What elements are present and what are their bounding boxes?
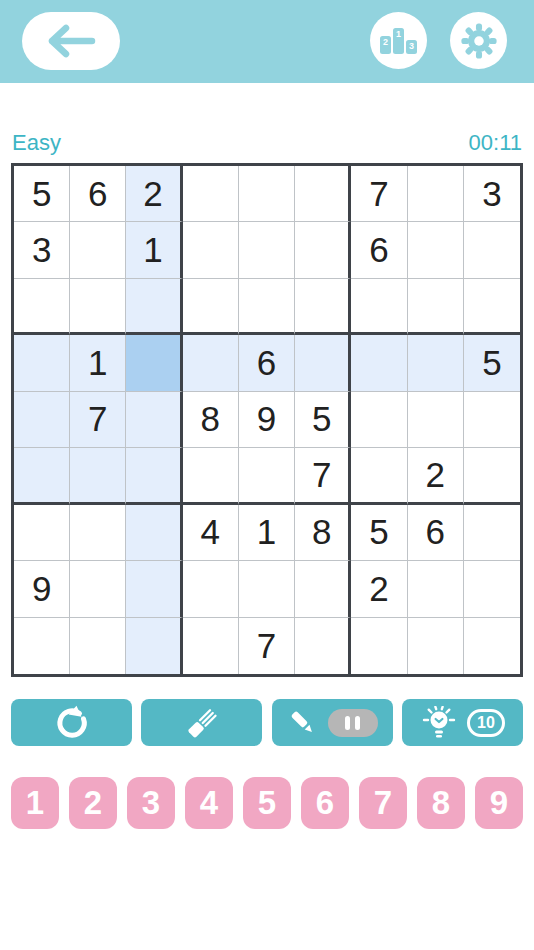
- cell-r4c2[interactable]: 1: [70, 335, 126, 391]
- cell-r9c1[interactable]: [14, 618, 70, 674]
- numpad: 123456789: [11, 777, 523, 829]
- cell-r7c7[interactable]: 5: [351, 505, 407, 561]
- cell-r9c5[interactable]: 7: [239, 618, 295, 674]
- cell-r8c8[interactable]: [408, 561, 464, 617]
- cell-r6c7[interactable]: [351, 448, 407, 504]
- cell-r1c9[interactable]: 3: [464, 166, 520, 222]
- cell-r7c5[interactable]: 1: [239, 505, 295, 561]
- cell-r3c4[interactable]: [183, 279, 239, 335]
- timer: 00:11: [469, 130, 522, 156]
- cell-r9c4[interactable]: [183, 618, 239, 674]
- cell-r8c3[interactable]: [126, 561, 182, 617]
- numpad-key-5[interactable]: 5: [243, 777, 291, 829]
- restart-icon: [54, 705, 90, 741]
- cell-r7c6[interactable]: 8: [295, 505, 351, 561]
- cell-r9c7[interactable]: [351, 618, 407, 674]
- cell-r9c8[interactable]: [408, 618, 464, 674]
- cell-r7c4[interactable]: 4: [183, 505, 239, 561]
- back-arrow-icon: [42, 24, 100, 58]
- numpad-key-9[interactable]: 9: [475, 777, 523, 829]
- cell-r9c6[interactable]: [295, 618, 351, 674]
- cell-r7c9[interactable]: [464, 505, 520, 561]
- cell-r8c7[interactable]: 2: [351, 561, 407, 617]
- cell-r4c5[interactable]: 6: [239, 335, 295, 391]
- game-info-row: Easy 00:11: [12, 130, 522, 156]
- toggle-bar: [355, 716, 360, 730]
- cell-r4c6[interactable]: [295, 335, 351, 391]
- numpad-key-4[interactable]: 4: [185, 777, 233, 829]
- cell-r7c8[interactable]: 6: [408, 505, 464, 561]
- cell-r2c8[interactable]: [408, 222, 464, 278]
- cell-r8c2[interactable]: [70, 561, 126, 617]
- cell-r5c7[interactable]: [351, 392, 407, 448]
- cell-r7c1[interactable]: [14, 505, 70, 561]
- cell-r5c1[interactable]: [14, 392, 70, 448]
- cell-r1c7[interactable]: 7: [351, 166, 407, 222]
- cell-r5c8[interactable]: [408, 392, 464, 448]
- numpad-key-6[interactable]: 6: [301, 777, 349, 829]
- numpad-key-3[interactable]: 3: [127, 777, 175, 829]
- eraser-button[interactable]: [141, 699, 262, 746]
- cell-r2c2[interactable]: [70, 222, 126, 278]
- cell-r5c4[interactable]: 8: [183, 392, 239, 448]
- cell-r3c6[interactable]: [295, 279, 351, 335]
- podium-rank3-bar: 3: [406, 40, 417, 54]
- cell-r4c4[interactable]: [183, 335, 239, 391]
- top-bar: 2 1 3: [0, 0, 534, 83]
- cell-r6c6[interactable]: 7: [295, 448, 351, 504]
- restart-button[interactable]: [11, 699, 132, 746]
- pencil-icon: [287, 707, 319, 739]
- lightbulb-icon: [420, 706, 458, 740]
- cell-r8c5[interactable]: [239, 561, 295, 617]
- toolbar: 10: [11, 699, 523, 746]
- cell-r9c9[interactable]: [464, 618, 520, 674]
- cell-r2c3[interactable]: 1: [126, 222, 182, 278]
- cell-r3c5[interactable]: [239, 279, 295, 335]
- cell-r6c1[interactable]: [14, 448, 70, 504]
- numpad-key-1[interactable]: 1: [11, 777, 59, 829]
- cell-r5c9[interactable]: [464, 392, 520, 448]
- cell-r1c1[interactable]: 5: [14, 166, 70, 222]
- numpad-key-8[interactable]: 8: [417, 777, 465, 829]
- pencil-mode-toggle: [328, 709, 378, 737]
- cell-r6c2[interactable]: [70, 448, 126, 504]
- cell-r3c7[interactable]: [351, 279, 407, 335]
- difficulty-label: Easy: [12, 130, 61, 156]
- cell-r3c3[interactable]: [126, 279, 182, 335]
- cell-r6c9[interactable]: [464, 448, 520, 504]
- cell-r2c5[interactable]: [239, 222, 295, 278]
- cell-r4c1[interactable]: [14, 335, 70, 391]
- numpad-key-7[interactable]: 7: [359, 777, 407, 829]
- cell-r5c3[interactable]: [126, 392, 182, 448]
- cell-r6c8[interactable]: 2: [408, 448, 464, 504]
- eraser-icon: [181, 702, 223, 744]
- cell-r1c3[interactable]: 2: [126, 166, 182, 222]
- cell-r8c6[interactable]: [295, 561, 351, 617]
- cell-r6c3[interactable]: [126, 448, 182, 504]
- cell-r2c6[interactable]: [295, 222, 351, 278]
- cell-r5c6[interactable]: 5: [295, 392, 351, 448]
- podium-icon: 2 1 3: [380, 28, 417, 54]
- cell-r1c4[interactable]: [183, 166, 239, 222]
- leaderboard-button[interactable]: 2 1 3: [370, 12, 427, 69]
- cell-r7c2[interactable]: [70, 505, 126, 561]
- cell-r9c2[interactable]: [70, 618, 126, 674]
- cell-r3c1[interactable]: [14, 279, 70, 335]
- cell-r4c7[interactable]: [351, 335, 407, 391]
- podium-rank2-bar: 2: [380, 36, 391, 54]
- cell-r3c2[interactable]: [70, 279, 126, 335]
- cell-r8c1[interactable]: 9: [14, 561, 70, 617]
- settings-button[interactable]: [450, 12, 507, 69]
- cell-r3c9[interactable]: [464, 279, 520, 335]
- back-button[interactable]: [22, 12, 120, 70]
- cell-r1c5[interactable]: [239, 166, 295, 222]
- cell-r8c4[interactable]: [183, 561, 239, 617]
- podium-rank1-bar: 1: [393, 28, 404, 54]
- cell-r6c4[interactable]: [183, 448, 239, 504]
- cell-r7c3[interactable]: [126, 505, 182, 561]
- cell-r5c5[interactable]: 9: [239, 392, 295, 448]
- numpad-key-2[interactable]: 2: [69, 777, 117, 829]
- sudoku-grid: 5627331616578957241856927: [11, 163, 523, 677]
- cell-r4c8[interactable]: [408, 335, 464, 391]
- cell-r1c6[interactable]: [295, 166, 351, 222]
- cell-r4c3[interactable]: [126, 335, 182, 391]
- toggle-bar: [345, 716, 350, 730]
- hint-button[interactable]: 10: [402, 699, 523, 746]
- cell-r2c4[interactable]: [183, 222, 239, 278]
- cell-r4c9[interactable]: 5: [464, 335, 520, 391]
- cell-r5c2[interactable]: 7: [70, 392, 126, 448]
- gear-icon: [460, 22, 498, 60]
- cell-r1c8[interactable]: [408, 166, 464, 222]
- cell-r2c9[interactable]: [464, 222, 520, 278]
- cell-r1c2[interactable]: 6: [70, 166, 126, 222]
- cell-r8c9[interactable]: [464, 561, 520, 617]
- cell-r3c8[interactable]: [408, 279, 464, 335]
- cell-r2c7[interactable]: 6: [351, 222, 407, 278]
- cell-r6c5[interactable]: [239, 448, 295, 504]
- pencil-mode-button[interactable]: [272, 699, 393, 746]
- cell-r9c3[interactable]: [126, 618, 182, 674]
- hint-count-badge: 10: [467, 709, 505, 737]
- cell-r2c1[interactable]: 3: [14, 222, 70, 278]
